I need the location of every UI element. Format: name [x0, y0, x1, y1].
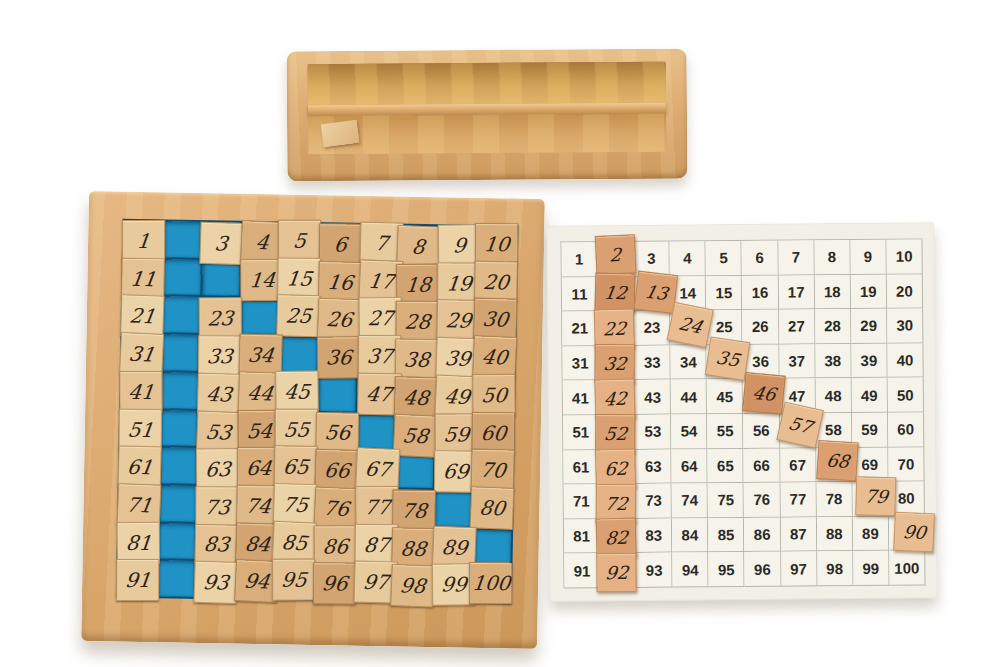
chart-tile-number: 79 — [863, 487, 888, 506]
board-tile-number: 15 — [285, 268, 313, 288]
chart-printed-number: 70 — [897, 455, 914, 472]
board-slot-r7c7: 67 — [356, 451, 394, 487]
chart-cell-83: 83 — [636, 518, 672, 553]
board-tile-number: 77 — [364, 497, 391, 517]
board-tile-number: 99 — [440, 574, 467, 594]
chart-tile-2[interactable]: 2 — [595, 234, 637, 275]
chart-cell-20: 20 — [887, 274, 923, 309]
chart-tile-number: 2 — [610, 245, 623, 264]
board-tile-number: 55 — [282, 419, 310, 439]
board-slot-r4c5 — [279, 337, 317, 373]
board-tile-36[interactable]: 36 — [317, 336, 361, 378]
board-tile-48[interactable]: 48 — [394, 376, 439, 419]
chart-cell-28: 28 — [815, 309, 851, 344]
board-tile-number: 78 — [400, 500, 428, 520]
board-tile-91[interactable]: 91 — [116, 559, 160, 601]
board-slot-r1c3: 3 — [203, 222, 241, 258]
board-slot-r3c9: 29 — [438, 302, 476, 338]
chart-cell-78: 78 — [816, 482, 852, 517]
board-slot-r10c2 — [157, 561, 195, 597]
chart-cell-33: 33 — [635, 345, 671, 380]
board-slot-r5c4: 44 — [239, 374, 277, 410]
chart-cell-9: 9 — [850, 240, 886, 275]
board-slot-r7c4: 64 — [238, 449, 276, 485]
board-tile-number: 70 — [478, 460, 506, 481]
chart-printed-number: 29 — [860, 317, 877, 334]
board-tile-number: 5 — [292, 231, 307, 251]
board-tile-number: 58 — [401, 425, 429, 446]
chart-tile-13[interactable]: 13 — [633, 270, 677, 313]
chart-cell-94: 94 — [673, 553, 709, 588]
chart-tile-35[interactable]: 35 — [705, 336, 750, 380]
board-slot-r6c10: 60 — [475, 415, 513, 451]
chart-tile-number: 90 — [901, 523, 927, 542]
chart-printed-number: 61 — [573, 458, 590, 475]
chart-cell-11: 11 — [562, 277, 598, 312]
chart-tile-82[interactable]: 82 — [596, 518, 637, 558]
chart-printed-number: 99 — [862, 559, 879, 576]
board-tile-number: 87 — [363, 534, 391, 554]
board-slot-r5c9: 49 — [436, 377, 474, 413]
chart-printed-number: 4 — [683, 250, 691, 267]
chart-tile-number: 32 — [602, 354, 627, 372]
chart-cell-1: 1 — [562, 242, 598, 277]
board-tile-11[interactable]: 11 — [121, 257, 165, 299]
board-slot-r9c2 — [158, 523, 196, 559]
board-tile-31[interactable]: 31 — [119, 332, 164, 376]
chart-tile-layer: 21213222432354246525762687279829092 — [546, 222, 934, 225]
chart-cell-85: 85 — [708, 518, 744, 553]
board-slot-r1c7: 7 — [360, 225, 398, 261]
blank-wood-tile[interactable] — [321, 120, 360, 147]
board-slot-r7c3: 63 — [199, 448, 237, 484]
chart-cell-38: 38 — [815, 344, 851, 379]
board-tile-6[interactable]: 6 — [319, 223, 363, 265]
board-slot-r3c1: 21 — [123, 296, 161, 332]
board-tile-number: 53 — [204, 421, 232, 442]
chart-tile-number: 68 — [824, 451, 850, 470]
chart-printed-number: 66 — [753, 457, 770, 474]
board-tile-55[interactable]: 55 — [274, 408, 318, 450]
chart-cell-50: 50 — [888, 378, 924, 413]
chart-tile-22[interactable]: 22 — [594, 309, 635, 349]
chart-cell-10: 10 — [886, 239, 922, 274]
hundred-board: 1345678910111415161718192021232526272829… — [81, 191, 545, 649]
chart-cell-88: 88 — [817, 517, 853, 552]
chart-tile-92[interactable]: 92 — [597, 553, 637, 592]
board-tile-5[interactable]: 5 — [278, 220, 322, 262]
board-slot-r1c4: 4 — [242, 223, 280, 259]
chart-cell-27: 27 — [779, 310, 815, 345]
board-slot-r8c8: 78 — [395, 489, 433, 525]
board-tile-53[interactable]: 53 — [196, 410, 241, 453]
board-tile-10[interactable]: 10 — [475, 223, 519, 265]
chart-cell-75: 75 — [708, 483, 744, 518]
wooden-storage-box — [287, 49, 688, 182]
board-slot-r1c6: 6 — [321, 224, 359, 260]
chart-cell-15: 15 — [706, 276, 742, 311]
board-tile-93[interactable]: 93 — [193, 561, 238, 604]
chart-printed-number: 53 — [644, 423, 661, 440]
board-tile-66[interactable]: 66 — [314, 449, 359, 492]
board-slot-r4c6: 36 — [319, 337, 357, 373]
chart-printed-number: 84 — [681, 526, 698, 543]
board-slot-r4c1: 31 — [122, 334, 160, 370]
board-tile-61[interactable]: 61 — [118, 446, 162, 489]
board-tile-number: 49 — [443, 386, 471, 407]
board-tile-number: 18 — [404, 274, 431, 294]
chart-printed-number: 51 — [572, 424, 589, 441]
board-tile-71[interactable]: 71 — [117, 483, 162, 526]
board-tile-number: 61 — [126, 457, 154, 478]
board-tile-80[interactable]: 80 — [469, 486, 514, 529]
board-slot-r10c8: 98 — [394, 565, 432, 601]
chart-printed-number: 21 — [571, 320, 588, 337]
board-tile-75[interactable]: 75 — [272, 483, 317, 526]
chart-printed-number: 11 — [571, 285, 587, 302]
chart-printed-number: 45 — [716, 388, 733, 405]
chart-tile-12[interactable]: 12 — [595, 272, 636, 312]
board-slot-r9c1: 81 — [119, 522, 157, 558]
chart-printed-number: 37 — [788, 353, 805, 370]
chart-printed-number: 41 — [572, 389, 589, 406]
board-tile-number: 8 — [411, 236, 427, 256]
board-tile-number: 9 — [453, 235, 468, 255]
chart-printed-number: 96 — [754, 560, 771, 577]
board-slot-r3c10: 30 — [477, 302, 515, 338]
board-tile-81[interactable]: 81 — [117, 521, 161, 563]
chart-printed-number: 17 — [788, 283, 805, 300]
board-slot-r5c3: 43 — [200, 373, 238, 409]
board-slot-r2c2 — [163, 259, 201, 295]
board-tile-number: 6 — [333, 234, 348, 254]
chart-cell-71: 71 — [564, 484, 600, 519]
chart-printed-number: 14 — [679, 284, 696, 301]
chart-printed-number: 59 — [861, 421, 878, 438]
board-slot-r3c7: 27 — [359, 300, 397, 336]
board-tile-number: 33 — [206, 346, 234, 366]
board-slot-r8c2 — [159, 485, 197, 521]
chart-cell-23: 23 — [634, 311, 670, 346]
chart-tile-number: 24 — [676, 314, 704, 336]
board-tile-85[interactable]: 85 — [272, 520, 317, 564]
board-slot-r6c4: 54 — [239, 411, 277, 447]
chart-printed-number: 65 — [717, 457, 734, 474]
board-slot-r8c3: 73 — [198, 486, 236, 522]
board-slot-r3c3: 23 — [201, 297, 239, 333]
board-tile-number: 51 — [127, 419, 155, 439]
chart-printed-number: 98 — [826, 560, 843, 577]
board-tile-70[interactable]: 70 — [470, 449, 514, 492]
board-tile-number: 83 — [202, 535, 230, 555]
chart-cell-86: 86 — [744, 517, 780, 552]
chart-printed-number: 48 — [825, 387, 842, 404]
board-slot-r8c10: 80 — [474, 491, 512, 527]
board-tile-number: 17 — [367, 270, 395, 291]
board-tile-number: 73 — [203, 497, 231, 517]
chart-printed-number: 71 — [573, 493, 590, 510]
board-tile-25[interactable]: 25 — [276, 295, 320, 338]
chart-tile-number: 57 — [786, 414, 814, 436]
board-slot-r6c1: 51 — [121, 409, 159, 445]
chart-printed-number: 33 — [644, 354, 661, 371]
board-tile-63[interactable]: 63 — [196, 448, 240, 490]
chart-printed-number: 58 — [825, 421, 842, 438]
board-tile-number: 74 — [244, 496, 272, 516]
board-tile-number: 71 — [125, 494, 153, 515]
chart-printed-number: 56 — [753, 422, 770, 439]
chart-printed-number: 69 — [861, 456, 878, 473]
chart-tile-90[interactable]: 90 — [893, 512, 935, 553]
control-chart: 1234567891011121314151617181920212223242… — [546, 222, 937, 601]
board-tile-45[interactable]: 45 — [275, 370, 319, 412]
product-photo-scene: 1345678910111415161718192021232526272829… — [0, 0, 1000, 667]
chart-printed-number: 18 — [824, 283, 841, 300]
board-slot-r2c4: 14 — [241, 260, 279, 296]
chart-tile-32[interactable]: 32 — [595, 344, 635, 383]
board-tile-26[interactable]: 26 — [317, 298, 362, 341]
chart-tile-number: 72 — [604, 494, 629, 512]
chart-printed-number: 43 — [644, 388, 661, 405]
chart-printed-number: 93 — [646, 561, 663, 578]
board-slot-r2c7: 17 — [360, 262, 398, 298]
board-tile-20[interactable]: 20 — [474, 260, 518, 302]
chart-cell-67: 67 — [780, 448, 816, 483]
chart-tile-79[interactable]: 79 — [855, 476, 896, 516]
board-slot-r10c3: 93 — [197, 561, 235, 597]
board-tile-number: 66 — [323, 460, 351, 481]
chart-cell-64: 64 — [672, 449, 708, 484]
board-slot-r9c3: 83 — [197, 524, 235, 560]
chart-cell-44: 44 — [671, 380, 707, 415]
board-slot-r9c5: 85 — [276, 525, 314, 561]
board-tile-23[interactable]: 23 — [198, 298, 242, 340]
chart-tile-24[interactable]: 24 — [666, 302, 713, 348]
board-slot-r10c1: 91 — [118, 560, 156, 596]
chart-printed-number: 27 — [788, 318, 805, 335]
board-tile-98[interactable]: 98 — [390, 564, 435, 607]
chart-cell-48: 48 — [815, 378, 851, 413]
box-compartment-lower — [308, 114, 666, 154]
chart-cell-26: 26 — [743, 310, 779, 345]
chart-tile-number: 82 — [604, 529, 628, 548]
chart-cell-39: 39 — [851, 344, 887, 379]
board-slot-r8c5: 75 — [277, 487, 315, 523]
board-tile-number: 86 — [322, 536, 349, 556]
board-tile-number: 10 — [483, 234, 511, 254]
board-slot-r3c6: 26 — [319, 299, 357, 335]
chart-cell-84: 84 — [672, 518, 708, 553]
board-slot-r10c7: 97 — [354, 564, 392, 600]
board-tile-43[interactable]: 43 — [197, 373, 241, 416]
board-slot-r2c10: 20 — [478, 265, 516, 301]
board-tile-number: 88 — [399, 538, 427, 559]
board-tile-number: 81 — [125, 532, 152, 552]
board-tile-number: 67 — [364, 459, 392, 480]
board-slot-r8c1: 71 — [119, 485, 157, 521]
chart-cell-98: 98 — [817, 551, 853, 586]
board-tile-number: 23 — [207, 309, 234, 329]
chart-cell-43: 43 — [635, 380, 671, 415]
board-tile-number: 36 — [325, 347, 352, 367]
board-slot-r5c10: 50 — [476, 378, 514, 414]
board-tile-number: 80 — [478, 497, 506, 518]
board-tile-67[interactable]: 67 — [356, 447, 401, 491]
chart-printed-number: 50 — [897, 386, 914, 403]
board-tile-number: 29 — [445, 311, 473, 331]
board-tile-40[interactable]: 40 — [472, 335, 517, 379]
board-tile-86[interactable]: 86 — [314, 525, 358, 567]
board-slot-r10c10: 100 — [472, 566, 510, 602]
chart-printed-number: 3 — [647, 250, 655, 267]
board-tile-18[interactable]: 18 — [396, 263, 440, 305]
board-tile-number: 16 — [326, 272, 354, 293]
board-slot-r1c2 — [163, 221, 201, 257]
chart-tile-number: 12 — [603, 283, 628, 302]
board-tile-83[interactable]: 83 — [194, 524, 238, 566]
board-slot-r6c9: 59 — [436, 415, 474, 451]
chart-printed-number: 16 — [752, 284, 769, 301]
chart-printed-number: 23 — [644, 319, 661, 336]
chart-cell-60: 60 — [888, 412, 924, 447]
chart-printed-number: 19 — [860, 283, 877, 300]
board-slot-r7c2 — [159, 448, 197, 484]
board-tile-number: 56 — [324, 423, 352, 443]
chart-printed-number: 1 — [575, 251, 583, 268]
chart-printed-number: 95 — [718, 561, 735, 578]
chart-cell-89: 89 — [853, 517, 889, 552]
chart-printed-number: 73 — [645, 492, 662, 509]
chart-printed-number: 28 — [824, 318, 841, 335]
board-tile-number: 41 — [127, 382, 154, 402]
chart-tile-number: 92 — [604, 564, 629, 582]
chart-cell-17: 17 — [778, 275, 814, 310]
board-tile-33[interactable]: 33 — [198, 335, 242, 377]
chart-printed-number: 5 — [719, 249, 727, 266]
chart-printed-number: 31 — [572, 354, 589, 371]
chart-cell-45: 45 — [707, 379, 743, 414]
chart-cell-73: 73 — [636, 484, 672, 519]
board-tile-number: 69 — [442, 461, 470, 481]
board-slot-r6c8: 58 — [396, 414, 434, 450]
board-slot-r6c7 — [357, 413, 395, 449]
board-tile-number: 48 — [402, 387, 430, 408]
board-tile-number: 40 — [480, 347, 508, 368]
board-slot-r3c4 — [241, 298, 279, 334]
chart-tile-42[interactable]: 42 — [595, 378, 636, 418]
board-tile-51[interactable]: 51 — [119, 408, 163, 450]
board-tile-number: 91 — [124, 570, 152, 590]
board-tile-number: 39 — [444, 348, 472, 369]
chart-cell-16: 16 — [742, 275, 778, 310]
chart-cell-18: 18 — [814, 275, 850, 310]
board-tile-number: 27 — [367, 308, 394, 328]
board-tile-number: 21 — [128, 306, 156, 327]
board-slot-r2c3 — [202, 260, 240, 296]
board-slot-r6c5: 55 — [278, 412, 316, 448]
board-tile-number: 25 — [284, 306, 312, 327]
board-tile-number: 76 — [322, 498, 350, 519]
board-slot-r4c9: 39 — [437, 339, 475, 375]
board-tile-number: 64 — [245, 458, 273, 478]
board-slot-r2c8: 18 — [399, 263, 437, 299]
board-slot-r9c8: 88 — [394, 527, 432, 563]
board-tile-78[interactable]: 78 — [392, 489, 436, 531]
board-tile-73[interactable]: 73 — [195, 486, 239, 528]
chart-printed-number: 88 — [826, 525, 843, 542]
board-slot-r10c9: 99 — [433, 565, 471, 601]
chart-printed-number: 83 — [645, 527, 662, 544]
board-slot-r4c4: 34 — [240, 336, 278, 372]
chart-printed-number: 60 — [897, 421, 914, 438]
board-slot-r8c9 — [434, 490, 472, 526]
board-tile-100[interactable]: 100 — [469, 562, 513, 604]
chart-printed-number: 94 — [682, 561, 699, 578]
board-tile-15[interactable]: 15 — [277, 257, 321, 299]
board-tile-number: 30 — [481, 309, 509, 330]
chart-tile-number: 22 — [602, 320, 626, 339]
board-slot-r1c9: 9 — [439, 226, 477, 262]
board-tile-28[interactable]: 28 — [395, 301, 439, 343]
chart-cell-29: 29 — [851, 309, 887, 344]
chart-printed-number: 40 — [897, 352, 914, 369]
chart-tile-number: 46 — [751, 383, 777, 403]
chart-tile-46[interactable]: 46 — [742, 372, 786, 415]
board-tile-95[interactable]: 95 — [272, 559, 316, 601]
board-slot-r5c7: 47 — [358, 376, 396, 412]
board-slot-r5c6 — [318, 375, 356, 411]
board-slot-r7c9: 69 — [435, 452, 473, 488]
chart-printed-number: 7 — [792, 249, 800, 266]
board-tile-65[interactable]: 65 — [273, 446, 317, 488]
chart-printed-number: 75 — [717, 492, 734, 509]
board-tile-41[interactable]: 41 — [119, 371, 163, 413]
board-tile-number: 43 — [205, 384, 233, 405]
chart-cell-40: 40 — [887, 343, 923, 378]
board-tile-number: 7 — [375, 233, 390, 253]
chart-tile-68[interactable]: 68 — [816, 440, 858, 481]
board-tile-76[interactable]: 76 — [314, 486, 359, 530]
board-tile-number: 11 — [129, 268, 157, 288]
chart-cell-56: 56 — [744, 414, 780, 449]
board-tile-50[interactable]: 50 — [472, 374, 516, 416]
chart-printed-number: 25 — [716, 319, 733, 336]
chart-cell-4: 4 — [670, 241, 706, 276]
board-tile-3[interactable]: 3 — [199, 222, 244, 265]
board-tile-56[interactable]: 56 — [315, 412, 359, 454]
board-tile-number: 75 — [281, 494, 309, 515]
board-tile-number: 37 — [366, 346, 394, 366]
chart-cell-99: 99 — [853, 551, 889, 586]
chart-printed-number: 67 — [789, 456, 806, 473]
chart-printed-number: 91 — [574, 562, 591, 579]
board-slot-r2c9: 19 — [438, 264, 476, 300]
board-slot-r5c5: 45 — [279, 374, 317, 410]
chart-printed-number: 10 — [896, 248, 913, 265]
board-tile-number: 63 — [204, 459, 231, 479]
board-tile-number: 1 — [136, 231, 151, 251]
board-tile-96[interactable]: 96 — [313, 562, 357, 604]
chart-tile-62[interactable]: 62 — [595, 449, 636, 489]
board-slot-r8c4: 74 — [237, 487, 275, 523]
board-slot-r9c9: 89 — [434, 528, 472, 564]
board-tile-number: 94 — [243, 571, 271, 592]
board-slot-r2c1: 11 — [123, 258, 161, 294]
board-slot-r1c1: 1 — [124, 221, 162, 257]
board-tile-60[interactable]: 60 — [471, 411, 515, 453]
chart-printed-number: 38 — [824, 352, 841, 369]
board-tile-1[interactable]: 1 — [122, 220, 166, 262]
